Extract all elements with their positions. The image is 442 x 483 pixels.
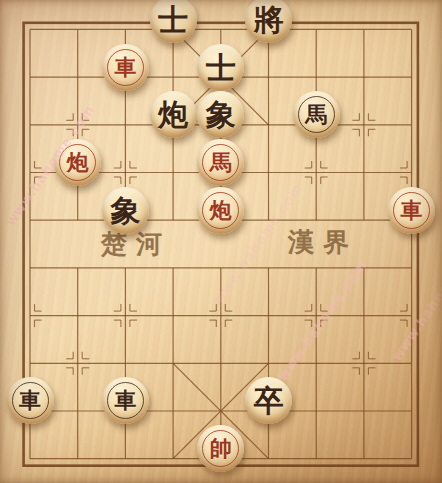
piece-black-horse[interactable]: 馬 — [293, 91, 340, 138]
piece-black-chariot[interactable]: 車 — [102, 377, 149, 424]
piece-glyph: 帥 — [210, 437, 232, 460]
piece-red-cannon[interactable]: 炮 — [197, 187, 244, 234]
piece-red-chariot[interactable]: 車 — [388, 187, 435, 234]
piece-glyph: 車 — [114, 56, 136, 79]
piece-black-soldier[interactable]: 卒 — [245, 377, 292, 424]
piece-glyph: 卒 — [253, 385, 283, 416]
piece-glyph: 馬 — [210, 151, 232, 174]
piece-black-advisor[interactable]: 士 — [150, 0, 197, 43]
piece-black-chariot[interactable]: 車 — [7, 377, 54, 424]
piece-glyph: 炮 — [158, 99, 188, 130]
piece-red-chariot[interactable]: 車 — [102, 44, 149, 91]
piece-glyph: 馬 — [305, 103, 327, 126]
piece-glyph: 炮 — [67, 151, 89, 174]
piece-black-advisor[interactable]: 士 — [197, 44, 244, 91]
piece-red-horse[interactable]: 馬 — [197, 139, 244, 186]
piece-glyph: 象 — [110, 195, 140, 226]
piece-black-elephant[interactable]: 象 — [102, 187, 149, 234]
piece-glyph: 士 — [206, 52, 236, 83]
piece-black-cannon[interactable]: 炮 — [150, 91, 197, 138]
piece-glyph: 炮 — [210, 199, 232, 222]
piece-black-general[interactable]: 將 — [245, 0, 292, 43]
piece-glyph: 車 — [401, 199, 423, 222]
piece-glyph: 象 — [206, 99, 236, 130]
piece-red-cannon[interactable]: 炮 — [54, 139, 101, 186]
xiangqi-app: 楚河 漢界 士將車士炮象馬炮馬象炮車車車卒帥 www.hahome.comwww… — [0, 0, 442, 483]
piece-glyph: 車 — [114, 389, 136, 412]
piece-glyph: 將 — [253, 4, 283, 35]
piece-layer: 士將車士炮象馬炮馬象炮車車車卒帥 — [6, 6, 435, 483]
piece-red-general[interactable]: 帥 — [197, 425, 244, 472]
piece-black-elephant[interactable]: 象 — [197, 91, 244, 138]
piece-glyph: 車 — [19, 389, 41, 412]
piece-glyph: 士 — [158, 4, 188, 35]
